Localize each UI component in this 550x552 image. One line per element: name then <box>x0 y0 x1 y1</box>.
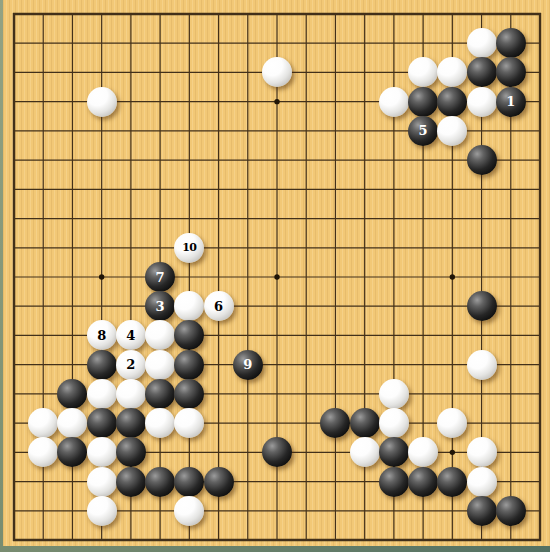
stone-black <box>262 437 292 467</box>
stone-white <box>437 116 467 146</box>
stone-black <box>408 467 438 497</box>
stone-white <box>379 408 409 438</box>
stone-white <box>350 437 380 467</box>
stone-white <box>28 437 58 467</box>
stone-white <box>28 408 58 438</box>
stone-white <box>116 379 146 409</box>
stone-black: 3 <box>145 291 175 321</box>
stone-white: 4 <box>116 320 146 350</box>
stone-white <box>57 408 87 438</box>
stone-black <box>174 320 204 350</box>
stone-black <box>467 496 497 526</box>
stone-white <box>262 57 292 87</box>
stone-white <box>437 57 467 87</box>
stone-black: 7 <box>145 262 175 292</box>
stone-white <box>467 437 497 467</box>
stone-white <box>145 408 175 438</box>
stone-black <box>145 379 175 409</box>
stone-black <box>204 467 234 497</box>
stone-white <box>379 87 409 117</box>
stone-black <box>437 467 467 497</box>
stone-white <box>408 437 438 467</box>
stone-black <box>437 87 467 117</box>
stone-white <box>145 320 175 350</box>
stone-black <box>87 350 117 380</box>
stone-white <box>467 350 497 380</box>
move-number-label: 4 <box>126 329 135 342</box>
stone-black <box>408 87 438 117</box>
go-board-scene: 15107368429 <box>0 0 550 552</box>
move-number-label: 8 <box>97 329 106 342</box>
stone-black: 1 <box>496 87 526 117</box>
stone-white <box>467 28 497 58</box>
stone-white <box>174 408 204 438</box>
move-number-label: 6 <box>214 300 223 313</box>
stone-black <box>116 437 146 467</box>
stone-white <box>87 496 117 526</box>
stone-white <box>408 57 438 87</box>
move-number-label: 5 <box>419 124 428 137</box>
move-number-label: 3 <box>156 300 165 313</box>
stone-black <box>57 437 87 467</box>
stone-black: 5 <box>408 116 438 146</box>
move-number-label: 7 <box>156 271 165 284</box>
stone-black <box>116 467 146 497</box>
stone-black <box>116 408 146 438</box>
stone-black <box>174 467 204 497</box>
stone-white <box>87 437 117 467</box>
stone-black <box>174 379 204 409</box>
stone-white <box>467 467 497 497</box>
stone-white <box>87 379 117 409</box>
stone-black <box>467 57 497 87</box>
stone-white <box>145 350 175 380</box>
stone-white: 10 <box>174 233 204 263</box>
stone-black <box>350 408 380 438</box>
stone-black <box>496 28 526 58</box>
stone-black <box>57 379 87 409</box>
move-number-label: 10 <box>182 242 196 253</box>
stone-white <box>437 408 467 438</box>
stone-black: 9 <box>233 350 263 380</box>
stone-white: 6 <box>204 291 234 321</box>
stones-layer: 15107368429 <box>0 0 550 552</box>
stone-white <box>174 496 204 526</box>
stone-black <box>379 437 409 467</box>
go-board[interactable]: 15107368429 <box>0 0 550 552</box>
stone-white <box>87 467 117 497</box>
stone-white <box>467 87 497 117</box>
stone-black <box>467 291 497 321</box>
stone-white <box>87 87 117 117</box>
stone-black <box>467 145 497 175</box>
stone-black <box>496 496 526 526</box>
stone-black <box>145 467 175 497</box>
stone-white: 2 <box>116 350 146 380</box>
move-number-label: 2 <box>126 358 135 371</box>
stone-black <box>174 350 204 380</box>
stone-black <box>379 467 409 497</box>
stone-black <box>496 57 526 87</box>
stone-white <box>379 379 409 409</box>
stone-black <box>320 408 350 438</box>
move-number-label: 1 <box>506 95 515 108</box>
stone-black <box>87 408 117 438</box>
stone-white: 8 <box>87 320 117 350</box>
stone-white <box>174 291 204 321</box>
move-number-label: 9 <box>243 358 252 371</box>
